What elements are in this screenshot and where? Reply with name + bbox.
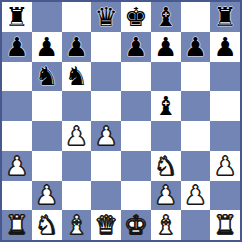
square-f4[interactable] [151, 121, 181, 151]
square-c8[interactable] [62, 2, 92, 32]
square-e5[interactable] [121, 91, 151, 121]
square-h8[interactable]: ♜ [210, 2, 240, 32]
square-d8[interactable]: ♛ [91, 2, 121, 32]
white-rook-a1[interactable]: ♜ [5, 212, 28, 238]
square-f2[interactable]: ♟ [151, 181, 181, 211]
square-f1[interactable]: ♝ [151, 210, 181, 240]
square-c7[interactable]: ♟ [62, 32, 92, 62]
square-a6[interactable] [2, 62, 32, 92]
square-f8[interactable]: ♝ [151, 2, 181, 32]
black-pawn-c7[interactable]: ♟ [65, 34, 88, 60]
square-b1[interactable]: ♞ [32, 210, 62, 240]
square-e6[interactable] [121, 62, 151, 92]
black-pawn-a7[interactable]: ♟ [5, 34, 28, 60]
square-h4[interactable] [210, 121, 240, 151]
square-c5[interactable] [62, 91, 92, 121]
white-queen-d1[interactable]: ♛ [94, 212, 117, 238]
square-d4[interactable]: ♟ [91, 121, 121, 151]
square-b2[interactable]: ♟ [32, 181, 62, 211]
white-pawn-a3[interactable]: ♟ [5, 153, 28, 179]
square-d5[interactable] [91, 91, 121, 121]
square-d6[interactable] [91, 62, 121, 92]
square-b6[interactable]: ♞ [32, 62, 62, 92]
square-d7[interactable] [91, 32, 121, 62]
square-g6[interactable] [181, 62, 211, 92]
black-bishop-f8[interactable]: ♝ [154, 4, 177, 30]
white-king-e1[interactable]: ♚ [124, 212, 147, 238]
white-pawn-d4[interactable]: ♟ [94, 123, 117, 149]
square-f6[interactable] [151, 62, 181, 92]
black-pawn-b7[interactable]: ♟ [35, 34, 58, 60]
square-d1[interactable]: ♛ [91, 210, 121, 240]
square-c6[interactable]: ♞ [62, 62, 92, 92]
white-knight-b1[interactable]: ♞ [35, 212, 58, 238]
square-f3[interactable]: ♞ [151, 151, 181, 181]
square-e3[interactable] [121, 151, 151, 181]
black-pawn-f7[interactable]: ♟ [154, 34, 177, 60]
black-knight-b6[interactable]: ♞ [35, 63, 58, 89]
square-a3[interactable]: ♟ [2, 151, 32, 181]
square-g3[interactable] [181, 151, 211, 181]
black-pawn-g7[interactable]: ♟ [184, 34, 207, 60]
square-e1[interactable]: ♚ [121, 210, 151, 240]
white-pawn-h3[interactable]: ♟ [213, 153, 236, 179]
black-rook-h8[interactable]: ♜ [213, 4, 236, 30]
square-h7[interactable]: ♟ [210, 32, 240, 62]
white-pawn-f2[interactable]: ♟ [154, 182, 177, 208]
square-g8[interactable] [181, 2, 211, 32]
square-a1[interactable]: ♜ [2, 210, 32, 240]
square-c2[interactable] [62, 181, 92, 211]
square-b7[interactable]: ♟ [32, 32, 62, 62]
black-queen-d8[interactable]: ♛ [94, 4, 117, 30]
square-a4[interactable] [2, 121, 32, 151]
square-c1[interactable]: ♝ [62, 210, 92, 240]
black-knight-c6[interactable]: ♞ [65, 63, 88, 89]
square-a5[interactable] [2, 91, 32, 121]
square-g7[interactable]: ♟ [181, 32, 211, 62]
square-e2[interactable] [121, 181, 151, 211]
white-pawn-c4[interactable]: ♟ [65, 123, 88, 149]
square-f7[interactable]: ♟ [151, 32, 181, 62]
square-e4[interactable] [121, 121, 151, 151]
square-d3[interactable] [91, 151, 121, 181]
square-h3[interactable]: ♟ [210, 151, 240, 181]
square-g1[interactable] [181, 210, 211, 240]
black-rook-a8[interactable]: ♜ [5, 4, 28, 30]
square-h6[interactable] [210, 62, 240, 92]
square-a8[interactable]: ♜ [2, 2, 32, 32]
square-g5[interactable] [181, 91, 211, 121]
square-c3[interactable] [62, 151, 92, 181]
black-bishop-f5[interactable]: ♝ [154, 93, 177, 119]
square-h2[interactable] [210, 181, 240, 211]
square-g4[interactable] [181, 121, 211, 151]
square-b8[interactable] [32, 2, 62, 32]
white-knight-f3[interactable]: ♞ [154, 153, 177, 179]
square-e8[interactable]: ♚ [121, 2, 151, 32]
square-d2[interactable] [91, 181, 121, 211]
black-pawn-e7[interactable]: ♟ [124, 34, 147, 60]
square-c4[interactable]: ♟ [62, 121, 92, 151]
black-pawn-h7[interactable]: ♟ [213, 34, 236, 60]
square-a2[interactable] [2, 181, 32, 211]
square-a7[interactable]: ♟ [2, 32, 32, 62]
square-h5[interactable] [210, 91, 240, 121]
white-bishop-f1[interactable]: ♝ [154, 212, 177, 238]
square-e7[interactable]: ♟ [121, 32, 151, 62]
square-b4[interactable] [32, 121, 62, 151]
black-king-e8[interactable]: ♚ [124, 4, 147, 30]
square-b5[interactable] [32, 91, 62, 121]
square-b3[interactable] [32, 151, 62, 181]
white-rook-h1[interactable]: ♜ [213, 212, 236, 238]
square-f5[interactable]: ♝ [151, 91, 181, 121]
white-pawn-b2[interactable]: ♟ [35, 182, 58, 208]
chess-board: ♜♛♚♝♜♟♟♟♟♟♟♟♞♞♝♟♟♟♞♟♟♟♟♜♞♝♛♚♝♜ [0, 0, 242, 242]
white-pawn-g2[interactable]: ♟ [184, 182, 207, 208]
square-h1[interactable]: ♜ [210, 210, 240, 240]
white-bishop-c1[interactable]: ♝ [65, 212, 88, 238]
square-g2[interactable]: ♟ [181, 181, 211, 211]
